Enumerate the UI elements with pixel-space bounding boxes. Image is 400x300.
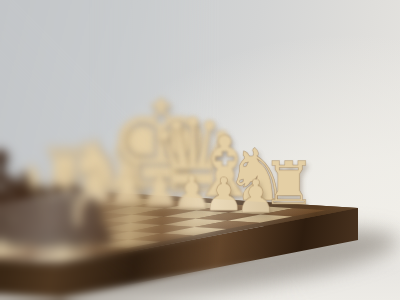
- square-a8: ♜: [30, 252, 95, 260]
- white-pawn-a2: ♟: [186, 173, 326, 219]
- black-rook-a8: ♜: [0, 178, 128, 257]
- chess-photo-scene: ♜♞♝♚♛♝♞♜♟♟♟♟♟♟♟♟♟♟♟♟♟♟♟♟♜♞♝♚♛♝♞♜: [0, 0, 400, 300]
